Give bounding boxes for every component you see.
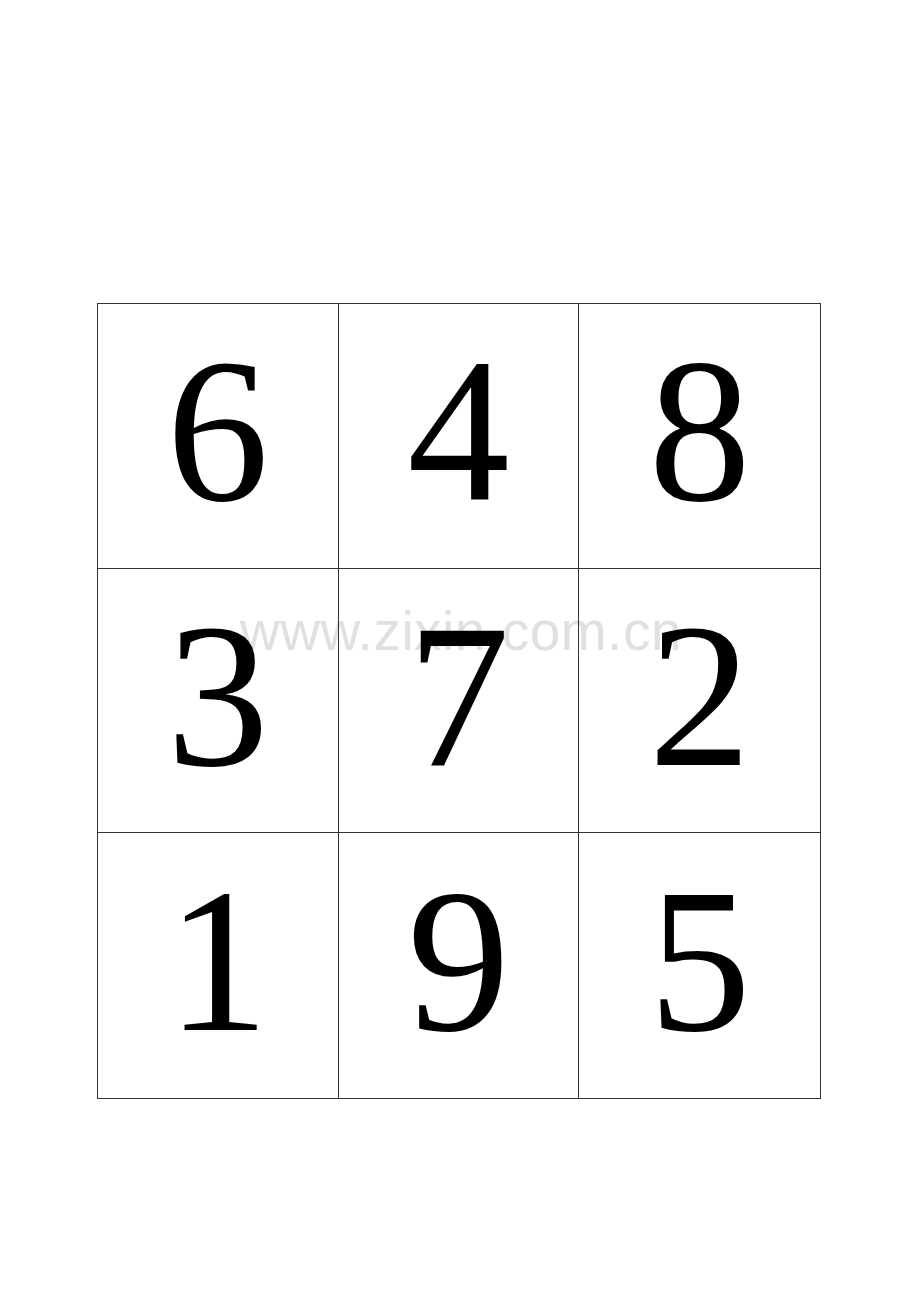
cell-digit: 8 bbox=[648, 328, 751, 533]
cell-digit: 7 bbox=[407, 593, 510, 798]
cell-r1c2: 4 bbox=[339, 304, 580, 569]
number-grid-board: 6 4 8 3 7 2 1 9 5 bbox=[97, 303, 821, 1099]
page-background: www.zixin.com.cn 6 4 8 3 7 2 1 9 5 bbox=[0, 0, 920, 1302]
cell-r1c1: 6 bbox=[98, 304, 339, 569]
cell-digit: 5 bbox=[648, 858, 751, 1063]
cell-r2c3: 2 bbox=[579, 569, 820, 834]
cell-r3c3: 5 bbox=[579, 833, 820, 1098]
cell-r3c2: 9 bbox=[339, 833, 580, 1098]
cell-r3c1: 1 bbox=[98, 833, 339, 1098]
cell-digit: 2 bbox=[648, 593, 751, 798]
cell-r2c1: 3 bbox=[98, 569, 339, 834]
cell-digit: 4 bbox=[407, 328, 510, 533]
cell-r1c3: 8 bbox=[579, 304, 820, 569]
cell-r2c2: 7 bbox=[339, 569, 580, 834]
cell-digit: 6 bbox=[167, 328, 270, 533]
cell-digit: 9 bbox=[407, 858, 510, 1063]
cell-digit: 3 bbox=[167, 593, 270, 798]
cell-digit: 1 bbox=[167, 858, 270, 1063]
